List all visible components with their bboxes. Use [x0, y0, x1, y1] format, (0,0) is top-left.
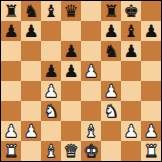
square-h1[interactable]: ♜	[141, 141, 161, 161]
square-f8[interactable]: ♜	[101, 1, 121, 21]
square-e8[interactable]	[81, 1, 101, 21]
square-g3[interactable]	[121, 101, 141, 121]
white-pawn[interactable]: ♟	[103, 81, 118, 101]
white-knight[interactable]: ♞	[103, 101, 118, 121]
black-pawn[interactable]: ♟	[63, 41, 78, 61]
square-d4[interactable]	[61, 81, 81, 101]
square-e3[interactable]	[81, 101, 101, 121]
square-c1[interactable]: ♝	[41, 141, 61, 161]
square-c5[interactable]: ♟	[41, 61, 61, 81]
black-bishop[interactable]: ♝	[43, 1, 58, 21]
black-pawn[interactable]: ♟	[23, 21, 38, 41]
white-rook[interactable]: ♜	[143, 141, 158, 161]
black-knight[interactable]: ♞	[23, 1, 38, 21]
square-g8[interactable]: ♚	[121, 1, 141, 21]
white-pawn[interactable]: ♟	[123, 121, 138, 141]
square-b4[interactable]	[21, 81, 41, 101]
square-d1[interactable]: ♛	[61, 141, 81, 161]
square-a2[interactable]: ♟	[1, 121, 21, 141]
square-c3[interactable]: ♞	[41, 101, 61, 121]
white-rook[interactable]: ♜	[3, 141, 18, 161]
square-c2[interactable]	[41, 121, 61, 141]
black-king[interactable]: ♚	[123, 1, 138, 21]
white-pawn[interactable]: ♟	[83, 61, 98, 81]
square-b7[interactable]: ♟	[21, 21, 41, 41]
square-d8[interactable]: ♛	[61, 1, 81, 21]
square-h3[interactable]	[141, 101, 161, 121]
square-e1[interactable]: ♚	[81, 141, 101, 161]
white-queen[interactable]: ♛	[63, 141, 78, 161]
black-pawn[interactable]: ♟	[63, 61, 78, 81]
square-b8[interactable]: ♞	[21, 1, 41, 21]
square-g6[interactable]: ♟	[121, 41, 141, 61]
square-b3[interactable]	[21, 101, 41, 121]
black-pawn[interactable]: ♟	[123, 41, 138, 61]
square-h2[interactable]: ♟	[141, 121, 161, 141]
square-a5[interactable]	[1, 61, 21, 81]
square-c8[interactable]: ♝	[41, 1, 61, 21]
square-g4[interactable]	[121, 81, 141, 101]
square-d5[interactable]: ♟	[61, 61, 81, 81]
black-pawn[interactable]: ♟	[3, 21, 18, 41]
black-pawn[interactable]: ♟	[43, 61, 58, 81]
square-b5[interactable]	[21, 61, 41, 81]
square-e6[interactable]	[81, 41, 101, 61]
black-rook[interactable]: ♜	[3, 1, 18, 21]
square-e7[interactable]	[81, 21, 101, 41]
square-b6[interactable]	[21, 41, 41, 61]
white-knight[interactable]: ♞	[43, 101, 58, 121]
square-f4[interactable]: ♟	[101, 81, 121, 101]
square-f2[interactable]	[101, 121, 121, 141]
white-bishop[interactable]: ♝	[83, 121, 98, 141]
black-bishop[interactable]: ♝	[123, 21, 138, 41]
square-f1[interactable]	[101, 141, 121, 161]
square-e4[interactable]	[81, 81, 101, 101]
square-c4[interactable]: ♟	[41, 81, 61, 101]
square-b1[interactable]	[21, 141, 41, 161]
square-a6[interactable]	[1, 41, 21, 61]
square-e5[interactable]: ♟	[81, 61, 101, 81]
black-queen[interactable]: ♛	[63, 1, 78, 21]
square-g5[interactable]	[121, 61, 141, 81]
square-c7[interactable]	[41, 21, 61, 41]
black-pawn[interactable]: ♟	[143, 21, 158, 41]
chess-board: ♜♞♝♛♜♚♟♟♟♝♟♟♞♟♟♟♟♟♟♞♞♟♟♝♟♟♜♝♛♚♜	[0, 0, 162, 162]
square-h6[interactable]	[141, 41, 161, 61]
white-king[interactable]: ♚	[83, 141, 98, 161]
square-h8[interactable]	[141, 1, 161, 21]
square-f7[interactable]: ♟	[101, 21, 121, 41]
square-d2[interactable]	[61, 121, 81, 141]
square-h7[interactable]: ♟	[141, 21, 161, 41]
square-a3[interactable]	[1, 101, 21, 121]
white-bishop[interactable]: ♝	[43, 141, 58, 161]
square-b2[interactable]: ♟	[21, 121, 41, 141]
square-f5[interactable]	[101, 61, 121, 81]
square-a4[interactable]	[1, 81, 21, 101]
square-e2[interactable]: ♝	[81, 121, 101, 141]
square-f6[interactable]: ♞	[101, 41, 121, 61]
square-f3[interactable]: ♞	[101, 101, 121, 121]
square-h4[interactable]	[141, 81, 161, 101]
square-d6[interactable]: ♟	[61, 41, 81, 61]
black-rook[interactable]: ♜	[103, 1, 118, 21]
square-c6[interactable]	[41, 41, 61, 61]
square-d3[interactable]	[61, 101, 81, 121]
square-a1[interactable]: ♜	[1, 141, 21, 161]
square-g1[interactable]	[121, 141, 141, 161]
black-pawn[interactable]: ♟	[103, 21, 118, 41]
white-pawn[interactable]: ♟	[143, 121, 158, 141]
square-h5[interactable]	[141, 61, 161, 81]
square-a8[interactable]: ♜	[1, 1, 21, 21]
white-pawn[interactable]: ♟	[43, 81, 58, 101]
square-g2[interactable]: ♟	[121, 121, 141, 141]
white-pawn[interactable]: ♟	[3, 121, 18, 141]
white-pawn[interactable]: ♟	[23, 121, 38, 141]
square-g7[interactable]: ♝	[121, 21, 141, 41]
square-d7[interactable]	[61, 21, 81, 41]
black-knight[interactable]: ♞	[103, 41, 118, 61]
square-a7[interactable]: ♟	[1, 21, 21, 41]
